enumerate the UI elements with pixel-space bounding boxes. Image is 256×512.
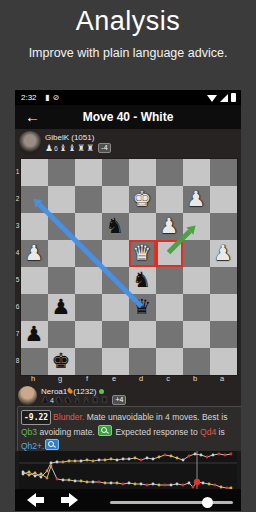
rank-label-3: 3 bbox=[15, 212, 21, 239]
avatar-bottom-player bbox=[18, 386, 37, 405]
square-d2[interactable]: ♚ bbox=[129, 186, 156, 213]
square-g7[interactable] bbox=[48, 321, 75, 348]
white-q-piece: ♛ bbox=[129, 240, 156, 267]
advice-text-plain: avoiding mate. bbox=[37, 427, 97, 437]
white-p-piece: ♟ bbox=[183, 186, 210, 213]
page: Analysis Improve with plain language adv… bbox=[0, 0, 256, 512]
explore-best-move-button[interactable] bbox=[98, 425, 112, 436]
captured-pawn-icon: ♟ bbox=[45, 143, 53, 153]
file-label-f: f bbox=[81, 374, 93, 383]
black-n-piece: ♞ bbox=[129, 267, 156, 294]
square-e4[interactable] bbox=[102, 240, 129, 267]
captured-piece-icon: ♝ bbox=[68, 143, 76, 153]
captured-piece-icon: ♝ bbox=[73, 395, 81, 405]
square-a6[interactable] bbox=[210, 294, 237, 321]
advice-text-blue: Qh2+. bbox=[21, 441, 44, 451]
captured-piece-icon: ♜ bbox=[86, 143, 94, 153]
square-h5[interactable] bbox=[21, 267, 48, 294]
advice-text-red: Qd4 bbox=[200, 427, 216, 437]
square-f5[interactable] bbox=[75, 267, 102, 294]
square-f4[interactable] bbox=[75, 240, 102, 267]
square-h4[interactable]: ♟ bbox=[21, 240, 48, 267]
square-f3[interactable] bbox=[75, 213, 102, 240]
material-diff-badge: -4 bbox=[98, 143, 110, 153]
square-e7[interactable] bbox=[102, 321, 129, 348]
file-label-d: d bbox=[135, 374, 147, 383]
rank-label-5: 5 bbox=[15, 266, 21, 293]
square-a4[interactable]: ♟ bbox=[210, 240, 237, 267]
rank-label-7: 7 bbox=[15, 320, 21, 347]
clock-text: 2:32 bbox=[21, 93, 37, 102]
app-screenshot: 2:32 ▮ ⊘ ← Move 40 - White GibelK (1051)… bbox=[15, 90, 241, 511]
material-diff-badge: +4 bbox=[112, 395, 126, 405]
rank-label-1: 1 bbox=[15, 158, 21, 185]
square-c8[interactable] bbox=[156, 348, 183, 375]
square-g6[interactable]: ♟ bbox=[48, 294, 75, 321]
square-b5[interactable] bbox=[183, 267, 210, 294]
square-b8[interactable] bbox=[183, 348, 210, 375]
advice-text-plain: Expected response to bbox=[113, 427, 200, 437]
square-b6[interactable] bbox=[183, 294, 210, 321]
square-a2[interactable] bbox=[210, 186, 237, 213]
rank-label-4: 4 bbox=[15, 239, 21, 266]
square-f7[interactable] bbox=[75, 321, 102, 348]
rank-label-6: 6 bbox=[15, 293, 21, 320]
file-label-g: g bbox=[54, 374, 66, 383]
white-p-piece: ♟ bbox=[210, 240, 237, 267]
black-p-piece: ♟ bbox=[21, 321, 48, 348]
square-c6[interactable] bbox=[156, 294, 183, 321]
white-k-piece: ♚ bbox=[129, 186, 156, 213]
square-b3[interactable] bbox=[183, 213, 210, 240]
page-title: Analysis bbox=[0, 6, 256, 37]
white-p-piece: ♟ bbox=[156, 213, 183, 240]
square-d3[interactable] bbox=[129, 213, 156, 240]
square-c2[interactable] bbox=[156, 186, 183, 213]
advice-text-plain: Mate unavoidable in 4 moves. Best is bbox=[84, 412, 227, 422]
square-c4[interactable] bbox=[156, 240, 183, 267]
captured-pawn-icon: ♟ bbox=[41, 395, 49, 405]
white-p-piece: ♟ bbox=[21, 240, 48, 267]
square-d1[interactable] bbox=[129, 159, 156, 186]
square-g1[interactable] bbox=[48, 159, 75, 186]
wifi-icon bbox=[207, 95, 217, 102]
captured-piece-icon: ♜ bbox=[91, 395, 99, 405]
square-a7[interactable] bbox=[210, 321, 237, 348]
left-arrow-icon bbox=[27, 493, 36, 507]
avatar-top-player bbox=[18, 131, 42, 155]
captured-piece-icon: ♜ bbox=[100, 395, 108, 405]
square-h3[interactable] bbox=[21, 213, 48, 240]
black-q-piece: ♛ bbox=[129, 294, 156, 321]
rank-label-8: 8 bbox=[15, 347, 21, 374]
left-arrow-bar bbox=[36, 497, 44, 503]
square-h8[interactable] bbox=[21, 348, 48, 375]
move-title: Move 40 - White bbox=[15, 110, 241, 124]
file-label-e: e bbox=[108, 374, 120, 383]
square-f1[interactable] bbox=[75, 159, 102, 186]
captured-piece-icon: ♞ bbox=[64, 395, 72, 405]
sim-icon: ▮ bbox=[45, 93, 49, 102]
square-e2[interactable] bbox=[102, 186, 129, 213]
right-arrow-bar bbox=[61, 497, 69, 503]
move-navigation-bar bbox=[15, 489, 241, 511]
captured-piece-icon: ♜ bbox=[77, 143, 85, 153]
cell-signal-icon bbox=[220, 94, 228, 102]
app-bar: ← Move 40 - White bbox=[15, 105, 241, 129]
file-label-c: c bbox=[162, 374, 174, 383]
black-k-piece: ♚ bbox=[48, 348, 75, 375]
square-b1[interactable] bbox=[183, 159, 210, 186]
square-c3[interactable]: ♟ bbox=[156, 213, 183, 240]
black-p-piece: ♟ bbox=[48, 294, 75, 321]
square-b4[interactable] bbox=[183, 240, 210, 267]
advice-text-red: Blunder. bbox=[53, 412, 84, 422]
status-bar: 2:32 ▮ ⊘ bbox=[15, 90, 241, 105]
next-move-button[interactable] bbox=[61, 493, 78, 507]
square-c7[interactable] bbox=[156, 321, 183, 348]
chess-board: ♚♟♞♟♟♛♟♞♟♛♟♚ bbox=[20, 158, 238, 376]
advice-text-green: Qb3 bbox=[21, 427, 37, 437]
captured-piece-icon: ♝ bbox=[82, 395, 90, 405]
previous-move-button[interactable] bbox=[27, 493, 44, 507]
square-a5[interactable] bbox=[210, 267, 237, 294]
square-d5[interactable]: ♞ bbox=[129, 267, 156, 294]
square-d8[interactable] bbox=[129, 348, 156, 375]
square-a3[interactable] bbox=[210, 213, 237, 240]
black-n-piece: ♞ bbox=[102, 213, 129, 240]
square-f8[interactable] bbox=[75, 348, 102, 375]
eval-graph-svg bbox=[19, 451, 237, 489]
square-e1[interactable] bbox=[102, 159, 129, 186]
square-f6[interactable] bbox=[75, 294, 102, 321]
square-e5[interactable] bbox=[102, 267, 129, 294]
square-d7[interactable] bbox=[129, 321, 156, 348]
square-c5[interactable] bbox=[156, 267, 183, 294]
top-player-name: GibelK (1051) bbox=[45, 133, 94, 142]
square-e6[interactable] bbox=[102, 294, 129, 321]
square-h2[interactable] bbox=[21, 186, 48, 213]
file-label-h: h bbox=[27, 374, 39, 383]
page-subtitle: Improve with plain language advice. bbox=[0, 46, 256, 60]
square-a1[interactable] bbox=[210, 159, 237, 186]
square-e3[interactable]: ♞ bbox=[102, 213, 129, 240]
captured-piece-icon: ♝ bbox=[59, 143, 67, 153]
square-c1[interactable] bbox=[156, 159, 183, 186]
move-slider-track[interactable] bbox=[110, 501, 233, 504]
explore-response-button[interactable] bbox=[45, 439, 59, 450]
square-g5[interactable] bbox=[48, 267, 75, 294]
square-g3[interactable] bbox=[48, 213, 75, 240]
square-d6[interactable]: ♛ bbox=[129, 294, 156, 321]
captured-pawn-count: 4 bbox=[50, 397, 54, 404]
square-g4[interactable] bbox=[48, 240, 75, 267]
move-slider-handle[interactable] bbox=[202, 497, 213, 508]
eval-graph-panel[interactable] bbox=[15, 451, 241, 489]
battery-icon bbox=[231, 93, 236, 102]
file-label-b: b bbox=[189, 374, 201, 383]
square-b7[interactable] bbox=[183, 321, 210, 348]
square-h7[interactable]: ♟ bbox=[21, 321, 48, 348]
notification-icons: ▮ ⊘ bbox=[45, 93, 59, 102]
advice-text-plain: is bbox=[216, 427, 225, 437]
bottom-captured-tray: ♟4♞♞♝♝♜♜+4 bbox=[41, 395, 126, 405]
square-h1[interactable] bbox=[21, 159, 48, 186]
square-e8[interactable] bbox=[102, 348, 129, 375]
evaluation-score: -9.22 bbox=[21, 410, 51, 425]
right-arrow-icon bbox=[69, 493, 78, 507]
square-d4[interactable]: ♛ bbox=[129, 240, 156, 267]
square-f2[interactable] bbox=[75, 186, 102, 213]
square-h6[interactable] bbox=[21, 294, 48, 321]
captured-pawn-count: 6 bbox=[54, 145, 58, 152]
captured-piece-icon: ♞ bbox=[55, 395, 63, 405]
square-g8[interactable]: ♚ bbox=[48, 348, 75, 375]
square-g2[interactable] bbox=[48, 186, 75, 213]
file-label-a: a bbox=[216, 374, 228, 383]
square-b2[interactable]: ♟ bbox=[183, 186, 210, 213]
square-a8[interactable] bbox=[210, 348, 237, 375]
online-status-dot bbox=[99, 389, 104, 394]
rank-label-2: 2 bbox=[15, 185, 21, 212]
data-saver-icon: ⊘ bbox=[52, 93, 59, 102]
analysis-advice-panel: -9.22Blunder. Mate unavoidable in 4 move… bbox=[17, 406, 241, 452]
top-captured-tray: ♟6♝♝♜♜-4 bbox=[45, 143, 111, 153]
